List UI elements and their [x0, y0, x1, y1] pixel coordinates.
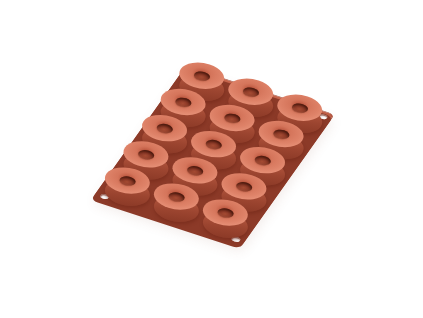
cavity-center-hole: [289, 101, 310, 114]
cavity-center-hole: [191, 69, 212, 82]
cavity-center-hole: [154, 122, 175, 135]
donut-cavity: [98, 175, 156, 211]
donut-cavity: [196, 207, 254, 243]
cavity-center-hole: [240, 85, 261, 98]
cavity-center-hole: [222, 112, 243, 125]
cavity-center-hole: [185, 164, 206, 177]
silicone-mold-sheet: [92, 66, 334, 247]
cavity-center-hole: [252, 154, 273, 167]
donut-cavity: [147, 191, 205, 227]
cavity-center-hole: [215, 206, 236, 219]
cavity-center-hole: [234, 180, 255, 193]
cavity-center-hole: [117, 174, 138, 187]
cavity-center-hole: [173, 96, 194, 109]
cavity-center-hole: [136, 148, 157, 161]
cavity-center-hole: [166, 190, 187, 203]
product-photo-background: [0, 0, 423, 318]
cavity-center-hole: [271, 128, 292, 141]
cavity-center-hole: [203, 138, 224, 151]
